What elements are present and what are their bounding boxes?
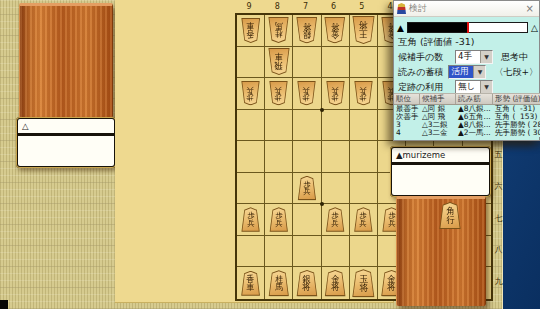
file-label: 5 bbox=[348, 1, 376, 12]
star-point bbox=[320, 108, 324, 112]
setting-label: 候補手の数 bbox=[398, 51, 455, 64]
square-8九[interactable]: 桂馬 bbox=[265, 267, 293, 299]
column-header[interactable]: 候補手 bbox=[420, 94, 456, 104]
square-8七[interactable]: 歩兵 bbox=[265, 204, 293, 236]
gote-piece-歩兵[interactable]: 歩兵 bbox=[326, 81, 345, 106]
square-9九[interactable]: 香車 bbox=[237, 267, 265, 299]
candidate-row[interactable]: 4△3二金▲2一馬...先手勝勢 ( 3083) bbox=[394, 129, 540, 137]
square-5四[interactable] bbox=[350, 110, 378, 142]
sente-piece-歩兵[interactable]: 歩兵 bbox=[269, 207, 288, 232]
shogi-piece-icon bbox=[397, 3, 406, 14]
square-5七[interactable]: 歩兵 bbox=[350, 204, 378, 236]
gote-triangle-icon: △ bbox=[531, 23, 538, 33]
setting-joseki: 定跡の利用 無し ▼ bbox=[398, 80, 538, 94]
candidates-dropdown[interactable]: 4手 ▼ bbox=[455, 50, 493, 64]
candidate-cell: 先手勝勢 ( 3083) bbox=[493, 129, 540, 137]
sente-piece-歩兵[interactable]: 歩兵 bbox=[326, 207, 345, 232]
sente-piece-玉将[interactable]: 玉将 bbox=[352, 269, 375, 297]
square-6六[interactable] bbox=[322, 173, 350, 205]
dropdown-value: 活用 bbox=[449, 66, 473, 78]
rank-label: 八 bbox=[492, 234, 505, 266]
column-header[interactable]: 形勢 (評価値) bbox=[493, 94, 540, 104]
square-5二[interactable] bbox=[350, 47, 378, 79]
setting-label: 定跡の利用 bbox=[398, 81, 455, 94]
candidate-cell: 互角 ( -31) bbox=[493, 105, 540, 113]
analysis-body: ▲ △ 互角 (評価値 -31) 候補手の数 4手 ▼ 思考中 読みの蓄積 bbox=[394, 17, 539, 141]
sente-name-label: ▲murizeme bbox=[392, 148, 489, 162]
candidate-row[interactable]: 最善手△同 銀▲8八銀...互角 ( -31) bbox=[394, 105, 540, 113]
square-6七[interactable]: 歩兵 bbox=[322, 204, 350, 236]
sente-hand-list bbox=[392, 165, 489, 195]
square-9一[interactable]: 香車 bbox=[237, 15, 265, 47]
file-label: 8 bbox=[263, 1, 291, 12]
square-6五[interactable] bbox=[322, 141, 350, 173]
candidate-cell: ▲6五角... bbox=[456, 113, 493, 121]
square-7六[interactable]: 歩兵 bbox=[293, 173, 321, 205]
file-label: 7 bbox=[291, 1, 319, 12]
square-7一[interactable]: 銀将 bbox=[293, 15, 321, 47]
candidate-cell: 先手勝勢 ( 2852) bbox=[493, 121, 540, 129]
candidate-cell: △3二金 bbox=[420, 129, 456, 137]
sente-piece-金将[interactable]: 金将 bbox=[324, 270, 346, 297]
square-9三[interactable]: 歩兵 bbox=[237, 78, 265, 110]
square-5一[interactable]: 王将 bbox=[350, 15, 378, 47]
file-label: 9 bbox=[235, 1, 263, 12]
square-5五[interactable] bbox=[350, 141, 378, 173]
square-8三[interactable]: 歩兵 bbox=[265, 78, 293, 110]
accumulate-dropdown[interactable]: 活用 ▼ bbox=[448, 65, 486, 79]
chevron-down-icon[interactable]: ▼ bbox=[480, 51, 492, 63]
sente-piece-歩兵[interactable]: 歩兵 bbox=[297, 176, 316, 201]
file-label: 6 bbox=[320, 1, 348, 12]
candidate-cell: △同 飛 bbox=[420, 113, 456, 121]
close-icon[interactable]: × bbox=[524, 4, 536, 14]
candidate-row[interactable]: 次善手△同 飛▲6五角...互角 ( 153) bbox=[394, 113, 540, 121]
candidate-cell: 次善手 bbox=[394, 113, 420, 121]
sente-piece-角行[interactable]: 角行 bbox=[439, 202, 461, 229]
gote-piece-桂馬[interactable]: 桂馬 bbox=[268, 17, 289, 43]
candidate-table-header[interactable]: 順位候補手読み筋形勢 (評価値) bbox=[394, 93, 540, 105]
square-7三[interactable]: 歩兵 bbox=[293, 78, 321, 110]
square-6九[interactable]: 金将 bbox=[322, 267, 350, 299]
thinking-status: 思考中 bbox=[501, 51, 528, 64]
candidate-table: 順位候補手読み筋形勢 (評価値) 最善手△同 銀▲8八銀...互角 ( -31)… bbox=[394, 93, 540, 137]
gote-piece-歩兵[interactable]: 歩兵 bbox=[354, 81, 373, 106]
square-5六[interactable] bbox=[350, 173, 378, 205]
rank-label: 六 bbox=[492, 171, 505, 203]
square-6八[interactable] bbox=[322, 236, 350, 268]
evaluation-text: 互角 (評価値 -31) bbox=[398, 36, 474, 49]
square-8二[interactable]: 飛車 bbox=[265, 47, 293, 79]
square-9二[interactable] bbox=[237, 47, 265, 79]
chevron-down-icon[interactable]: ▼ bbox=[480, 81, 492, 93]
square-7八[interactable] bbox=[293, 236, 321, 268]
square-7五[interactable] bbox=[293, 141, 321, 173]
gote-piece-歩兵[interactable]: 歩兵 bbox=[297, 81, 316, 106]
rank-label: 九 bbox=[492, 265, 505, 297]
square-9七[interactable]: 歩兵 bbox=[237, 204, 265, 236]
gote-piece-香車[interactable]: 香車 bbox=[241, 18, 261, 43]
square-6三[interactable]: 歩兵 bbox=[322, 78, 350, 110]
gote-piece-飛車[interactable]: 飛車 bbox=[268, 48, 290, 75]
gote-piece-王将[interactable]: 王将 bbox=[352, 16, 375, 44]
candidate-row[interactable]: 3△3二銀▲8八銀...先手勝勢 ( 2852) bbox=[394, 121, 540, 129]
square-6二[interactable] bbox=[322, 47, 350, 79]
rank-label: 七 bbox=[492, 202, 505, 234]
candidate-cell: 最善手 bbox=[394, 105, 420, 113]
sente-piece-歩兵[interactable]: 歩兵 bbox=[241, 207, 260, 232]
square-7七[interactable] bbox=[293, 204, 321, 236]
setting-accumulate: 読みの蓄積 活用 ▼ 〈七段+〉 bbox=[398, 65, 538, 79]
square-9四[interactable] bbox=[237, 110, 265, 142]
column-header[interactable]: 順位 bbox=[394, 94, 420, 104]
column-header[interactable]: 読み筋 bbox=[456, 94, 493, 104]
evaluation-bar-row: ▲ △ bbox=[397, 22, 538, 33]
square-9五[interactable] bbox=[237, 141, 265, 173]
gote-piece-銀将[interactable]: 銀将 bbox=[296, 17, 318, 44]
setting-label: 読みの蓄積 bbox=[398, 66, 448, 79]
gote-piece-歩兵[interactable]: 歩兵 bbox=[241, 81, 260, 106]
sente-piece-歩兵[interactable]: 歩兵 bbox=[354, 207, 373, 232]
sente-triangle-icon: ▲ bbox=[397, 23, 404, 33]
screenshot-stage: △ 987654321 一二三四五六七八九 香車桂馬銀将金将王将金将銀将桂馬香車… bbox=[0, 0, 540, 309]
sente-piece-桂馬[interactable]: 桂馬 bbox=[268, 270, 289, 296]
candidate-cell: 互角 ( 153) bbox=[493, 113, 540, 121]
square-8八[interactable] bbox=[265, 236, 293, 268]
square-9八[interactable] bbox=[237, 236, 265, 268]
rank-label: 五 bbox=[492, 139, 505, 171]
candidate-cell: 3 bbox=[394, 121, 420, 129]
joseki-dropdown[interactable]: 無し ▼ bbox=[455, 80, 493, 94]
square-5九[interactable]: 玉将 bbox=[350, 267, 378, 299]
candidate-cell: △3二銀 bbox=[420, 121, 456, 129]
square-6一[interactable]: 金将 bbox=[322, 15, 350, 47]
engine-level: 〈七段+〉 bbox=[494, 66, 538, 79]
gote-piece-金将[interactable]: 金将 bbox=[324, 17, 346, 44]
dropdown-value: 4手 bbox=[456, 51, 480, 63]
sente-komadai: 角行 bbox=[396, 196, 486, 306]
sente-name-plate: ▲murizeme bbox=[390, 146, 491, 197]
candidate-cell: ▲8八銀... bbox=[456, 105, 493, 113]
gote-komadai bbox=[19, 3, 113, 118]
evaluation-bar-fill bbox=[408, 23, 467, 32]
square-8四[interactable] bbox=[265, 110, 293, 142]
candidate-cell: ▲2一馬... bbox=[456, 129, 493, 137]
analysis-window: 検討 × ▲ △ 互角 (評価値 -31) 候補手の数 4手 ▼ 思考中 bbox=[393, 0, 540, 141]
square-7二[interactable] bbox=[293, 47, 321, 79]
sente-piece-銀将[interactable]: 銀将 bbox=[296, 270, 318, 297]
chevron-down-icon[interactable]: ▼ bbox=[473, 66, 485, 78]
analysis-titlebar[interactable]: 検討 × bbox=[394, 1, 539, 17]
sente-piece-香車[interactable]: 香車 bbox=[241, 271, 261, 296]
square-7九[interactable]: 銀将 bbox=[293, 267, 321, 299]
gote-hand-list bbox=[18, 136, 114, 166]
screen-corner-artifact bbox=[0, 300, 8, 309]
square-8六[interactable] bbox=[265, 173, 293, 205]
evaluation-bar-marker bbox=[467, 22, 469, 33]
gote-piece-歩兵[interactable]: 歩兵 bbox=[269, 81, 288, 106]
candidate-cell: △同 銀 bbox=[420, 105, 456, 113]
gote-name-plate: △ bbox=[16, 117, 116, 168]
star-point bbox=[320, 202, 324, 206]
gote-name-label: △ bbox=[18, 119, 114, 133]
square-9六[interactable] bbox=[237, 173, 265, 205]
square-8五[interactable] bbox=[265, 141, 293, 173]
candidate-cell: ▲8八銀... bbox=[456, 121, 493, 129]
square-6四[interactable] bbox=[322, 110, 350, 142]
square-7四[interactable] bbox=[293, 110, 321, 142]
candidate-cell: 4 bbox=[394, 129, 420, 137]
setting-candidates: 候補手の数 4手 ▼ 思考中 bbox=[398, 50, 538, 64]
evaluation-bar bbox=[407, 22, 528, 33]
square-5三[interactable]: 歩兵 bbox=[350, 78, 378, 110]
analysis-title: 検討 bbox=[409, 2, 524, 15]
square-8一[interactable]: 桂馬 bbox=[265, 15, 293, 47]
board-panel: 987654321 一二三四五六七八九 香車桂馬銀将金将王将金将銀将桂馬香車飛車… bbox=[115, 0, 394, 303]
dropdown-value: 無し bbox=[456, 81, 480, 93]
square-5八[interactable] bbox=[350, 236, 378, 268]
